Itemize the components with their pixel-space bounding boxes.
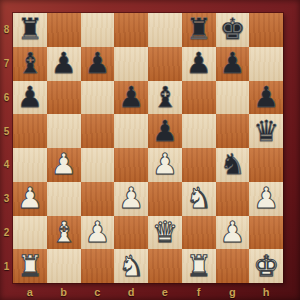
white-pawn: ♟ <box>216 216 250 250</box>
square-f1[interactable]: ♜ <box>182 249 216 283</box>
square-b6[interactable] <box>47 81 81 115</box>
square-f6[interactable] <box>182 81 216 115</box>
square-g2[interactable]: ♟ <box>216 216 250 250</box>
file-label-a: a <box>13 283 47 300</box>
chess-board-frame: 87654321 abcdefgh ♜♜♚♝♟♟♟♟♟♟♝♟♟♛♟♟♞♟♟♞♟♝… <box>0 0 300 300</box>
square-b4[interactable]: ♟ <box>47 148 81 182</box>
rank-labels: 87654321 <box>0 13 13 283</box>
black-knight: ♞ <box>216 148 250 182</box>
square-g4[interactable]: ♞ <box>216 148 250 182</box>
white-pawn: ♟ <box>47 148 81 182</box>
rank-label-8: 8 <box>0 13 13 47</box>
black-pawn: ♟ <box>148 114 182 148</box>
white-queen: ♛ <box>148 216 182 250</box>
black-queen: ♛ <box>249 114 283 148</box>
square-h5[interactable]: ♛ <box>249 114 283 148</box>
rank-label-7: 7 <box>0 47 13 81</box>
white-knight: ♞ <box>114 249 148 283</box>
black-king: ♚ <box>216 13 250 47</box>
square-g6[interactable] <box>216 81 250 115</box>
square-f7[interactable]: ♟ <box>182 47 216 81</box>
square-f5[interactable] <box>182 114 216 148</box>
file-label-b: b <box>47 283 81 300</box>
square-h1[interactable]: ♚ <box>249 249 283 283</box>
square-g1[interactable] <box>216 249 250 283</box>
square-d3[interactable]: ♟ <box>114 182 148 216</box>
square-h2[interactable] <box>249 216 283 250</box>
square-d2[interactable] <box>114 216 148 250</box>
square-g8[interactable]: ♚ <box>216 13 250 47</box>
square-f2[interactable] <box>182 216 216 250</box>
square-g7[interactable]: ♟ <box>216 47 250 81</box>
square-h3[interactable]: ♟ <box>249 182 283 216</box>
white-pawn: ♟ <box>249 182 283 216</box>
square-e8[interactable] <box>148 13 182 47</box>
file-label-c: c <box>81 283 115 300</box>
black-pawn: ♟ <box>47 47 81 81</box>
black-pawn: ♟ <box>114 81 148 115</box>
square-h8[interactable] <box>249 13 283 47</box>
square-h7[interactable] <box>249 47 283 81</box>
file-label-g: g <box>216 283 250 300</box>
square-b2[interactable]: ♝ <box>47 216 81 250</box>
square-d6[interactable]: ♟ <box>114 81 148 115</box>
square-a1[interactable]: ♜ <box>13 249 47 283</box>
square-b7[interactable]: ♟ <box>47 47 81 81</box>
square-a3[interactable]: ♟ <box>13 182 47 216</box>
black-bishop: ♝ <box>13 47 47 81</box>
square-a4[interactable] <box>13 148 47 182</box>
black-pawn: ♟ <box>216 47 250 81</box>
square-c8[interactable] <box>81 13 115 47</box>
black-rook: ♜ <box>13 13 47 47</box>
square-a5[interactable] <box>13 114 47 148</box>
square-h6[interactable]: ♟ <box>249 81 283 115</box>
square-g3[interactable] <box>216 182 250 216</box>
square-b8[interactable] <box>47 13 81 47</box>
file-label-e: e <box>148 283 182 300</box>
file-label-d: d <box>114 283 148 300</box>
square-g5[interactable] <box>216 114 250 148</box>
square-e3[interactable] <box>148 182 182 216</box>
white-knight: ♞ <box>182 182 216 216</box>
rank-label-5: 5 <box>0 114 13 148</box>
square-f8[interactable]: ♜ <box>182 13 216 47</box>
square-c2[interactable]: ♟ <box>81 216 115 250</box>
rank-label-6: 6 <box>0 81 13 115</box>
square-c7[interactable]: ♟ <box>81 47 115 81</box>
white-pawn: ♟ <box>13 182 47 216</box>
black-pawn: ♟ <box>81 47 115 81</box>
square-e2[interactable]: ♛ <box>148 216 182 250</box>
white-bishop: ♝ <box>47 216 81 250</box>
square-a8[interactable]: ♜ <box>13 13 47 47</box>
square-f4[interactable] <box>182 148 216 182</box>
black-bishop: ♝ <box>148 81 182 115</box>
rank-label-4: 4 <box>0 148 13 182</box>
square-e6[interactable]: ♝ <box>148 81 182 115</box>
square-d4[interactable] <box>114 148 148 182</box>
chess-board: ♜♜♚♝♟♟♟♟♟♟♝♟♟♛♟♟♞♟♟♞♟♝♟♛♟♜♞♜♚ <box>13 13 283 283</box>
square-b1[interactable] <box>47 249 81 283</box>
square-h4[interactable] <box>249 148 283 182</box>
square-c5[interactable] <box>81 114 115 148</box>
white-pawn: ♟ <box>148 148 182 182</box>
square-f3[interactable]: ♞ <box>182 182 216 216</box>
file-labels: abcdefgh <box>13 283 283 300</box>
file-label-h: h <box>249 283 283 300</box>
black-pawn: ♟ <box>13 81 47 115</box>
square-e5[interactable]: ♟ <box>148 114 182 148</box>
square-c1[interactable] <box>81 249 115 283</box>
square-a7[interactable]: ♝ <box>13 47 47 81</box>
square-c3[interactable] <box>81 182 115 216</box>
black-pawn: ♟ <box>182 47 216 81</box>
white-pawn: ♟ <box>81 216 115 250</box>
square-b3[interactable] <box>47 182 81 216</box>
black-rook: ♜ <box>182 13 216 47</box>
square-e1[interactable] <box>148 249 182 283</box>
white-pawn: ♟ <box>114 182 148 216</box>
square-c4[interactable] <box>81 148 115 182</box>
rank-label-2: 2 <box>0 216 13 250</box>
file-label-f: f <box>182 283 216 300</box>
square-d5[interactable] <box>114 114 148 148</box>
square-e4[interactable]: ♟ <box>148 148 182 182</box>
square-a6[interactable]: ♟ <box>13 81 47 115</box>
square-e7[interactable] <box>148 47 182 81</box>
black-pawn: ♟ <box>249 81 283 115</box>
square-b5[interactable] <box>47 114 81 148</box>
rank-label-1: 1 <box>0 249 13 283</box>
square-d1[interactable]: ♞ <box>114 249 148 283</box>
square-d8[interactable] <box>114 13 148 47</box>
white-rook: ♜ <box>182 249 216 283</box>
white-rook: ♜ <box>13 249 47 283</box>
white-king: ♚ <box>249 249 283 283</box>
square-c6[interactable] <box>81 81 115 115</box>
rank-label-3: 3 <box>0 182 13 216</box>
square-d7[interactable] <box>114 47 148 81</box>
square-a2[interactable] <box>13 216 47 250</box>
